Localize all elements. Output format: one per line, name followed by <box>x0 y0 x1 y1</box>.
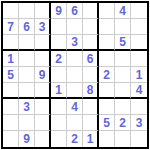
cell-r2c9[interactable] <box>131 19 147 35</box>
cell-r8c2[interactable] <box>19 115 35 131</box>
cell-r2c5[interactable] <box>67 19 83 35</box>
cell-r2c7[interactable] <box>99 19 115 35</box>
cell-r1c3[interactable] <box>35 3 51 19</box>
cell-r3c7[interactable] <box>99 35 115 51</box>
cell-r1c2[interactable] <box>19 3 35 19</box>
cell-r9c3[interactable] <box>35 131 51 147</box>
cell-r9c5: 2 <box>67 131 83 147</box>
cell-r3c8: 5 <box>115 35 131 51</box>
cell-r9c9[interactable] <box>131 131 147 147</box>
cell-r3c4[interactable] <box>51 35 67 51</box>
cell-r5c3: 9 <box>35 67 51 83</box>
cell-r7c1[interactable] <box>3 99 19 115</box>
cell-r3c1[interactable] <box>3 35 19 51</box>
cell-r7c9[interactable] <box>131 99 147 115</box>
cell-r3c9[interactable] <box>131 35 147 51</box>
cell-r5c1: 5 <box>3 67 19 83</box>
cell-r8c7: 5 <box>99 115 115 131</box>
cell-r3c5: 3 <box>67 35 83 51</box>
cell-r7c2: 3 <box>19 99 35 115</box>
cell-r1c4: 9 <box>51 3 67 19</box>
cell-r5c6[interactable] <box>83 67 99 83</box>
cell-r2c1: 7 <box>3 19 19 35</box>
cell-r8c4[interactable] <box>51 115 67 131</box>
cell-r1c6[interactable] <box>83 3 99 19</box>
cell-r4c1: 1 <box>3 51 19 67</box>
cell-r4c7[interactable] <box>99 51 115 67</box>
cell-r9c2: 9 <box>19 131 35 147</box>
cell-r9c8[interactable] <box>115 131 131 147</box>
cell-r7c7[interactable] <box>99 99 115 115</box>
cell-r2c2: 6 <box>19 19 35 35</box>
cell-r6c6: 8 <box>83 83 99 99</box>
cell-r6c9: 4 <box>131 83 147 99</box>
cell-r4c9[interactable] <box>131 51 147 67</box>
cell-r7c5: 4 <box>67 99 83 115</box>
cell-r7c6[interactable] <box>83 99 99 115</box>
cell-r8c8: 2 <box>115 115 131 131</box>
cell-r6c7[interactable] <box>99 83 115 99</box>
cell-r3c3[interactable] <box>35 35 51 51</box>
cell-r3c6[interactable] <box>83 35 99 51</box>
cell-r1c5: 6 <box>67 3 83 19</box>
cell-r4c8[interactable] <box>115 51 131 67</box>
cell-r2c3: 3 <box>35 19 51 35</box>
cell-r6c8[interactable] <box>115 83 131 99</box>
cell-r8c6[interactable] <box>83 115 99 131</box>
cell-r3c2[interactable] <box>19 35 35 51</box>
cell-r6c2[interactable] <box>19 83 35 99</box>
cell-r8c9: 3 <box>131 115 147 131</box>
cell-r4c5[interactable] <box>67 51 83 67</box>
cell-r1c7[interactable] <box>99 3 115 19</box>
cell-r6c5[interactable] <box>67 83 83 99</box>
cell-r9c6: 1 <box>83 131 99 147</box>
cell-r4c6: 6 <box>83 51 99 67</box>
cell-r9c7[interactable] <box>99 131 115 147</box>
cell-r1c9[interactable] <box>131 3 147 19</box>
cell-r2c8[interactable] <box>115 19 131 35</box>
cell-r5c9: 1 <box>131 67 147 83</box>
cell-r4c3[interactable] <box>35 51 51 67</box>
cell-r4c2[interactable] <box>19 51 35 67</box>
cell-r8c1[interactable] <box>3 115 19 131</box>
sudoku-board: 96476335126592118434523921 <box>1 1 149 149</box>
cell-r2c6[interactable] <box>83 19 99 35</box>
cell-r5c4[interactable] <box>51 67 67 83</box>
cell-r6c1[interactable] <box>3 83 19 99</box>
cell-r4c4: 2 <box>51 51 67 67</box>
cell-r5c2[interactable] <box>19 67 35 83</box>
cell-r7c8[interactable] <box>115 99 131 115</box>
cell-r2c4[interactable] <box>51 19 67 35</box>
cell-r6c4: 1 <box>51 83 67 99</box>
cell-r9c1[interactable] <box>3 131 19 147</box>
cell-r6c3[interactable] <box>35 83 51 99</box>
cell-r1c8: 4 <box>115 3 131 19</box>
cell-r7c3[interactable] <box>35 99 51 115</box>
cell-r1c1[interactable] <box>3 3 19 19</box>
cell-r7c4[interactable] <box>51 99 67 115</box>
cell-r5c7: 2 <box>99 67 115 83</box>
cell-r8c5[interactable] <box>67 115 83 131</box>
cell-r5c5[interactable] <box>67 67 83 83</box>
cell-r8c3[interactable] <box>35 115 51 131</box>
cell-r9c4[interactable] <box>51 131 67 147</box>
cell-r5c8[interactable] <box>115 67 131 83</box>
